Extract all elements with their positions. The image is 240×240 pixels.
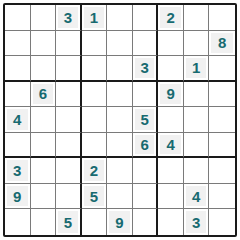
given-digit: 2 <box>160 7 181 28</box>
cell-r8c9[interactable] <box>209 184 235 210</box>
given-digit: 6 <box>33 84 54 105</box>
cell-r2c4[interactable] <box>82 31 108 57</box>
cell-r5c5[interactable] <box>107 107 133 133</box>
cell-r4c5[interactable] <box>107 82 133 108</box>
cell-r7c8[interactable] <box>184 158 210 184</box>
given-digit: 8 <box>211 33 233 54</box>
cell-r5c7[interactable] <box>158 107 184 133</box>
cell-r5c6[interactable]: 5 <box>133 107 159 133</box>
given-digit: 3 <box>7 160 28 181</box>
cell-r6c1[interactable] <box>5 133 31 159</box>
given-digit: 1 <box>186 58 207 78</box>
cell-r9c2[interactable] <box>31 209 57 235</box>
cell-r4c8[interactable] <box>184 82 210 108</box>
cell-r8c5[interactable] <box>107 184 133 210</box>
cell-r3c8[interactable]: 1 <box>184 56 210 82</box>
given-digit: 6 <box>135 135 155 155</box>
cell-r3c6[interactable]: 3 <box>133 56 159 82</box>
cell-r4c1[interactable] <box>5 82 31 108</box>
cell-r3c7[interactable] <box>158 56 184 82</box>
cell-r1c9[interactable] <box>209 5 235 31</box>
cell-r6c8[interactable] <box>184 133 210 159</box>
given-digit: 5 <box>58 211 78 233</box>
cell-r2c2[interactable] <box>31 31 57 57</box>
given-digit: 5 <box>84 186 105 207</box>
cell-r8c2[interactable] <box>31 184 57 210</box>
cell-r8c3[interactable] <box>56 184 82 210</box>
cell-r3c2[interactable] <box>31 56 57 82</box>
cell-r9c3[interactable]: 5 <box>56 209 82 235</box>
cell-r8c7[interactable] <box>158 184 184 210</box>
cell-r6c9[interactable] <box>209 133 235 159</box>
cell-r1c1[interactable] <box>5 5 31 31</box>
cell-r3c1[interactable] <box>5 56 31 82</box>
cell-r2c9[interactable]: 8 <box>209 31 235 57</box>
cell-r4c2[interactable]: 6 <box>31 82 57 108</box>
cell-r9c1[interactable] <box>5 209 31 235</box>
given-digit: 1 <box>84 7 105 28</box>
cell-r7c9[interactable] <box>209 158 235 184</box>
given-digit: 2 <box>84 160 105 181</box>
given-digit: 3 <box>58 7 78 28</box>
cell-r9c5[interactable]: 9 <box>107 209 133 235</box>
given-digit: 4 <box>160 135 181 155</box>
cell-r1c5[interactable] <box>107 5 133 31</box>
given-digit: 3 <box>135 58 155 78</box>
cell-r2c5[interactable] <box>107 31 133 57</box>
cell-r8c4[interactable]: 5 <box>82 184 108 210</box>
cell-r6c4[interactable] <box>82 133 108 159</box>
cell-r1c6[interactable] <box>133 5 159 31</box>
cell-r7c6[interactable] <box>133 158 159 184</box>
cell-r1c7[interactable]: 2 <box>158 5 184 31</box>
given-digit: 9 <box>7 186 28 207</box>
cell-r1c4[interactable]: 1 <box>82 5 108 31</box>
cell-r8c6[interactable] <box>133 184 159 210</box>
given-digit: 9 <box>109 211 130 233</box>
cell-r6c3[interactable] <box>56 133 82 159</box>
given-digit: 9 <box>160 84 181 105</box>
cell-r1c3[interactable]: 3 <box>56 5 82 31</box>
cell-r7c4[interactable]: 2 <box>82 158 108 184</box>
cell-r2c1[interactable] <box>5 31 31 57</box>
cell-r3c5[interactable] <box>107 56 133 82</box>
cell-r8c8[interactable]: 4 <box>184 184 210 210</box>
cell-r3c9[interactable] <box>209 56 235 82</box>
cell-r8c1[interactable]: 9 <box>5 184 31 210</box>
given-digit: 5 <box>135 109 155 130</box>
cell-r2c3[interactable] <box>56 31 82 57</box>
cell-r5c2[interactable] <box>31 107 57 133</box>
cell-r7c1[interactable]: 3 <box>5 158 31 184</box>
cell-r2c6[interactable] <box>133 31 159 57</box>
cell-r4c4[interactable] <box>82 82 108 108</box>
cell-r5c9[interactable] <box>209 107 235 133</box>
cell-r5c4[interactable] <box>82 107 108 133</box>
cell-r6c7[interactable]: 4 <box>158 133 184 159</box>
cell-r1c2[interactable] <box>31 5 57 31</box>
cell-r2c7[interactable] <box>158 31 184 57</box>
cell-r4c6[interactable] <box>133 82 159 108</box>
cell-r9c4[interactable] <box>82 209 108 235</box>
cell-r4c9[interactable] <box>209 82 235 108</box>
cell-r6c2[interactable] <box>31 133 57 159</box>
sudoku-board: 31283169456432954593 <box>3 3 237 237</box>
given-digit: 3 <box>186 211 207 233</box>
cell-r5c3[interactable] <box>56 107 82 133</box>
cell-r7c7[interactable] <box>158 158 184 184</box>
cell-r4c3[interactable] <box>56 82 82 108</box>
cell-r9c7[interactable] <box>158 209 184 235</box>
cell-r3c3[interactable] <box>56 56 82 82</box>
cell-r9c8[interactable]: 3 <box>184 209 210 235</box>
cell-r3c4[interactable] <box>82 56 108 82</box>
cell-r4c7[interactable]: 9 <box>158 82 184 108</box>
cell-r7c5[interactable] <box>107 158 133 184</box>
cell-r6c5[interactable] <box>107 133 133 159</box>
cell-r7c2[interactable] <box>31 158 57 184</box>
cell-r6c6[interactable]: 6 <box>133 133 159 159</box>
cell-r5c1[interactable]: 4 <box>5 107 31 133</box>
cell-r9c9[interactable] <box>209 209 235 235</box>
cell-r5c8[interactable] <box>184 107 210 133</box>
cell-r7c3[interactable] <box>56 158 82 184</box>
given-digit: 4 <box>186 186 207 207</box>
cell-r9c6[interactable] <box>133 209 159 235</box>
given-digit: 4 <box>7 109 28 130</box>
cell-r1c8[interactable] <box>184 5 210 31</box>
cell-r2c8[interactable] <box>184 31 210 57</box>
